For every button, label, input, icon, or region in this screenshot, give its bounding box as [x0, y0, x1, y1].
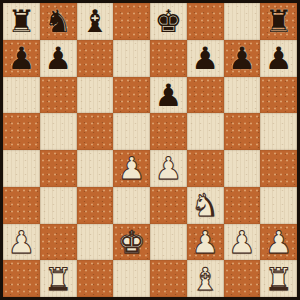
- square-h1[interactable]: ♜: [260, 260, 297, 297]
- piece-black-knight[interactable]: ♞: [44, 3, 72, 39]
- piece-black-pawn[interactable]: ♟: [7, 40, 35, 76]
- square-g4[interactable]: [224, 150, 261, 187]
- square-f5[interactable]: [187, 113, 224, 150]
- square-g2[interactable]: ♟: [224, 224, 261, 261]
- square-e8[interactable]: ♚: [150, 3, 187, 40]
- piece-white-pawn[interactable]: ♟: [118, 150, 146, 186]
- square-d5[interactable]: [113, 113, 150, 150]
- piece-white-king[interactable]: ♚: [118, 224, 146, 260]
- piece-white-knight[interactable]: ♞: [191, 187, 219, 223]
- piece-white-pawn[interactable]: ♟: [191, 224, 219, 260]
- piece-black-pawn[interactable]: ♟: [154, 77, 182, 113]
- square-b2[interactable]: [40, 224, 77, 261]
- square-a1[interactable]: [3, 260, 40, 297]
- square-c4[interactable]: [77, 150, 114, 187]
- square-d7[interactable]: [113, 40, 150, 77]
- square-g6[interactable]: [224, 77, 261, 114]
- square-f8[interactable]: [187, 3, 224, 40]
- piece-black-rook[interactable]: ♜: [265, 3, 293, 39]
- square-f4[interactable]: [187, 150, 224, 187]
- square-a6[interactable]: [3, 77, 40, 114]
- piece-black-pawn[interactable]: ♟: [191, 40, 219, 76]
- square-c7[interactable]: [77, 40, 114, 77]
- square-b6[interactable]: [40, 77, 77, 114]
- square-d4[interactable]: ♟: [113, 150, 150, 187]
- square-e7[interactable]: [150, 40, 187, 77]
- square-c3[interactable]: [77, 187, 114, 224]
- chess-board: ♜♞♝♚♜♟♟♟♟♟♟♟♟♞♟♚♟♟♟♜♝♜: [0, 0, 300, 300]
- square-f6[interactable]: [187, 77, 224, 114]
- square-e4[interactable]: ♟: [150, 150, 187, 187]
- piece-white-rook[interactable]: ♜: [265, 261, 293, 297]
- piece-white-pawn[interactable]: ♟: [7, 224, 35, 260]
- square-d1[interactable]: [113, 260, 150, 297]
- square-g8[interactable]: [224, 3, 261, 40]
- square-f1[interactable]: ♝: [187, 260, 224, 297]
- square-e5[interactable]: [150, 113, 187, 150]
- piece-black-pawn[interactable]: ♟: [228, 40, 256, 76]
- piece-white-rook[interactable]: ♜: [44, 261, 72, 297]
- square-d3[interactable]: [113, 187, 150, 224]
- square-c8[interactable]: ♝: [77, 3, 114, 40]
- square-f2[interactable]: ♟: [187, 224, 224, 261]
- square-e1[interactable]: [150, 260, 187, 297]
- square-h4[interactable]: [260, 150, 297, 187]
- square-a3[interactable]: [3, 187, 40, 224]
- square-e2[interactable]: [150, 224, 187, 261]
- square-b3[interactable]: [40, 187, 77, 224]
- square-d2[interactable]: ♚: [113, 224, 150, 261]
- square-e3[interactable]: [150, 187, 187, 224]
- square-b7[interactable]: ♟: [40, 40, 77, 77]
- square-a7[interactable]: ♟: [3, 40, 40, 77]
- square-c2[interactable]: [77, 224, 114, 261]
- square-d8[interactable]: [113, 3, 150, 40]
- square-c1[interactable]: [77, 260, 114, 297]
- square-h8[interactable]: ♜: [260, 3, 297, 40]
- square-a5[interactable]: [3, 113, 40, 150]
- square-b8[interactable]: ♞: [40, 3, 77, 40]
- screenshot-stage: ♜♞♝♚♜♟♟♟♟♟♟♟♟♞♟♚♟♟♟♜♝♜: [0, 0, 300, 300]
- square-a2[interactable]: ♟: [3, 224, 40, 261]
- square-g1[interactable]: [224, 260, 261, 297]
- piece-black-bishop[interactable]: ♝: [81, 3, 109, 39]
- square-c6[interactable]: [77, 77, 114, 114]
- square-f3[interactable]: ♞: [187, 187, 224, 224]
- square-b5[interactable]: [40, 113, 77, 150]
- piece-black-pawn[interactable]: ♟: [44, 40, 72, 76]
- square-d6[interactable]: [113, 77, 150, 114]
- square-g5[interactable]: [224, 113, 261, 150]
- square-c5[interactable]: [77, 113, 114, 150]
- square-b1[interactable]: ♜: [40, 260, 77, 297]
- square-h6[interactable]: [260, 77, 297, 114]
- square-b4[interactable]: [40, 150, 77, 187]
- square-h3[interactable]: [260, 187, 297, 224]
- piece-white-pawn[interactable]: ♟: [228, 224, 256, 260]
- piece-white-pawn[interactable]: ♟: [265, 224, 293, 260]
- square-e6[interactable]: ♟: [150, 77, 187, 114]
- square-h7[interactable]: ♟: [260, 40, 297, 77]
- square-h5[interactable]: [260, 113, 297, 150]
- piece-black-rook[interactable]: ♜: [7, 3, 35, 39]
- piece-black-pawn[interactable]: ♟: [265, 40, 293, 76]
- square-f7[interactable]: ♟: [187, 40, 224, 77]
- square-a8[interactable]: ♜: [3, 3, 40, 40]
- piece-black-king[interactable]: ♚: [154, 3, 182, 39]
- square-a4[interactable]: [3, 150, 40, 187]
- square-g7[interactable]: ♟: [224, 40, 261, 77]
- square-g3[interactable]: [224, 187, 261, 224]
- piece-white-bishop[interactable]: ♝: [191, 261, 219, 297]
- piece-white-pawn[interactable]: ♟: [154, 150, 182, 186]
- square-h2[interactable]: ♟: [260, 224, 297, 261]
